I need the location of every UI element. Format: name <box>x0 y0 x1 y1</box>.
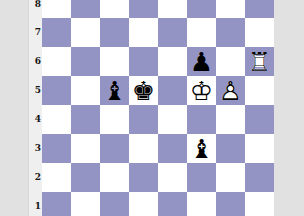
square-d1[interactable] <box>129 192 158 216</box>
square-d4[interactable] <box>129 105 158 134</box>
square-e2[interactable] <box>158 163 187 192</box>
square-e6[interactable] <box>158 47 187 76</box>
square-c6[interactable] <box>100 47 129 76</box>
white-rook[interactable]: ♜♖ <box>245 47 274 76</box>
rank-label-4: 4 <box>29 115 41 124</box>
white-king-outline: ♔ <box>187 76 216 105</box>
square-d8[interactable] <box>129 0 158 18</box>
square-f4[interactable] <box>187 105 216 134</box>
square-d3[interactable] <box>129 134 158 163</box>
rank-label-7: 7 <box>29 28 41 37</box>
white-pawn-outline: ♙ <box>216 76 245 105</box>
white-king[interactable]: ♚♔ <box>187 76 216 105</box>
square-a3[interactable] <box>42 134 71 163</box>
square-b5[interactable] <box>71 76 100 105</box>
chess-diagram: 8 7 6 5 4 3 2 1 ♟♜♖♝♚♚♔♟♙♝ <box>0 0 304 216</box>
square-g1[interactable] <box>216 192 245 216</box>
square-f3[interactable]: ♝ <box>187 134 216 163</box>
square-e4[interactable] <box>158 105 187 134</box>
square-b6[interactable] <box>71 47 100 76</box>
square-b8[interactable] <box>71 0 100 18</box>
square-c4[interactable] <box>100 105 129 134</box>
square-h5[interactable] <box>245 76 274 105</box>
square-f7[interactable] <box>187 18 216 47</box>
square-h7[interactable] <box>245 18 274 47</box>
square-f6[interactable]: ♟ <box>187 47 216 76</box>
square-d2[interactable] <box>129 163 158 192</box>
square-h2[interactable] <box>245 163 274 192</box>
square-g2[interactable] <box>216 163 245 192</box>
rank-label-1: 1 <box>29 202 41 211</box>
square-f8[interactable] <box>187 0 216 18</box>
square-h3[interactable] <box>245 134 274 163</box>
square-b3[interactable] <box>71 134 100 163</box>
square-h4[interactable] <box>245 105 274 134</box>
rank-label-6: 6 <box>29 57 41 66</box>
black-pawn[interactable]: ♟ <box>187 47 216 76</box>
square-a4[interactable] <box>42 105 71 134</box>
rank-label-8: 8 <box>29 0 41 9</box>
square-h6[interactable]: ♜♖ <box>245 47 274 76</box>
square-c5[interactable]: ♝ <box>100 76 129 105</box>
square-c3[interactable] <box>100 134 129 163</box>
square-a2[interactable] <box>42 163 71 192</box>
white-pawn[interactable]: ♟♙ <box>216 76 245 105</box>
square-e7[interactable] <box>158 18 187 47</box>
square-e1[interactable] <box>158 192 187 216</box>
white-rook-outline: ♖ <box>245 47 274 76</box>
square-g6[interactable] <box>216 47 245 76</box>
square-f2[interactable] <box>187 163 216 192</box>
square-a7[interactable] <box>42 18 71 47</box>
square-e5[interactable] <box>158 76 187 105</box>
square-b4[interactable] <box>71 105 100 134</box>
square-d5[interactable]: ♚ <box>129 76 158 105</box>
square-a8[interactable] <box>42 0 71 18</box>
square-g5[interactable]: ♟♙ <box>216 76 245 105</box>
square-f1[interactable] <box>187 192 216 216</box>
chess-board: ♟♜♖♝♚♚♔♟♙♝ <box>42 0 274 216</box>
square-h1[interactable] <box>245 192 274 216</box>
square-b1[interactable] <box>71 192 100 216</box>
square-g8[interactable] <box>216 0 245 18</box>
square-c2[interactable] <box>100 163 129 192</box>
square-c7[interactable] <box>100 18 129 47</box>
black-bishop[interactable]: ♝ <box>187 134 216 163</box>
rank-label-3: 3 <box>29 144 41 153</box>
square-a5[interactable] <box>42 76 71 105</box>
rank-label-gutter: 8 7 6 5 4 3 2 1 <box>28 0 43 216</box>
square-a1[interactable] <box>42 192 71 216</box>
square-d7[interactable] <box>129 18 158 47</box>
square-g4[interactable] <box>216 105 245 134</box>
rank-label-2: 2 <box>29 173 41 182</box>
square-f5[interactable]: ♚♔ <box>187 76 216 105</box>
square-b7[interactable] <box>71 18 100 47</box>
square-e8[interactable] <box>158 0 187 18</box>
square-c8[interactable] <box>100 0 129 18</box>
square-g7[interactable] <box>216 18 245 47</box>
square-a6[interactable] <box>42 47 71 76</box>
rank-label-5: 5 <box>29 86 41 95</box>
black-bishop[interactable]: ♝ <box>100 76 129 105</box>
square-e3[interactable] <box>158 134 187 163</box>
square-b2[interactable] <box>71 163 100 192</box>
square-h8[interactable] <box>245 0 274 18</box>
square-d6[interactable] <box>129 47 158 76</box>
square-g3[interactable] <box>216 134 245 163</box>
square-c1[interactable] <box>100 192 129 216</box>
black-king[interactable]: ♚ <box>129 76 158 105</box>
